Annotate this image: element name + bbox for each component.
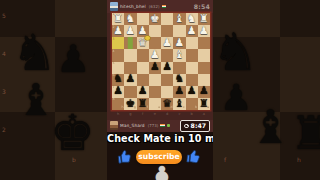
square[interactable]: g♚	[124, 98, 136, 110]
chess-piece-bP: ♟	[150, 62, 160, 73]
bottom-player-clock: 8:47	[191, 122, 206, 129]
bottom-player-rating: (773)	[148, 123, 159, 128]
rank-label: 8	[113, 98, 115, 101]
file-letter: b	[186, 110, 198, 120]
background-coordinate-label: h	[297, 156, 301, 163]
caption-text: Check Mate in 10 moves	[107, 133, 213, 144]
square[interactable]	[149, 25, 161, 37]
background-piece-pawn: ♟	[56, 40, 90, 78]
square[interactable]	[198, 62, 210, 74]
chess-piece-wN: ♞	[126, 14, 136, 25]
square[interactable]: ♟	[186, 86, 198, 98]
chess-piece-bB: ♝	[175, 99, 185, 110]
chess-piece-bK: ♚	[126, 99, 136, 110]
video-strip: hitesh_bhel (632) 8:54 1♜♞♚♝♞♜2♟♟♟♟♟3♛♟♟…	[107, 0, 213, 180]
square[interactable]	[137, 62, 149, 74]
chess-piece-wR: ♜	[113, 14, 123, 25]
chess-piece-wP: ♟	[199, 26, 209, 37]
file-letter: e	[149, 110, 161, 120]
chess-piece-wN: ♞	[187, 14, 197, 25]
square[interactable]	[149, 74, 161, 86]
square[interactable]: ♟	[186, 25, 198, 37]
background-coordinate-label: b	[72, 156, 76, 163]
square[interactable]: b	[186, 98, 198, 110]
background-piece-knight: ♞	[12, 28, 57, 78]
file-label: b	[195, 106, 197, 109]
square[interactable]: a♜	[198, 98, 210, 110]
top-player-rating: (632)	[149, 4, 160, 9]
square[interactable]: ♟	[149, 62, 161, 74]
square[interactable]: d♛	[161, 98, 173, 110]
chess-piece-wB: ♝	[175, 14, 185, 25]
square[interactable]: ♛	[137, 37, 149, 49]
background-piece-king: ♚	[50, 108, 95, 158]
chess-piece-wP: ♟	[113, 26, 123, 37]
square[interactable]	[198, 37, 210, 49]
square[interactable]	[161, 13, 173, 25]
arrow-segment	[128, 37, 133, 49]
file-label: e	[158, 106, 160, 109]
square[interactable]	[137, 49, 149, 61]
top-player-flag-icon	[162, 5, 167, 8]
file-letter: h	[112, 110, 124, 120]
top-player-bar[interactable]: hitesh_bhel (632) 8:54	[107, 0, 213, 13]
square[interactable]: ♟	[161, 37, 173, 49]
square[interactable]: f♜	[137, 98, 149, 110]
chess-piece-bR: ♜	[199, 99, 209, 110]
square[interactable]: ♚	[149, 13, 161, 25]
square[interactable]: 3	[112, 37, 124, 49]
background-coordinate-label: 2	[2, 126, 6, 133]
square[interactable]	[161, 74, 173, 86]
background-coordinate-label: 4	[2, 50, 6, 57]
file-label: h	[121, 106, 123, 109]
online-status-dot	[167, 124, 170, 127]
square[interactable]: 4	[112, 49, 124, 61]
square[interactable]	[186, 62, 198, 74]
chess-piece-bP: ♟	[199, 86, 209, 97]
file-letter: a	[198, 110, 210, 120]
square[interactable]: 7♟	[112, 86, 124, 98]
background-piece-rook: ♜	[290, 110, 320, 156]
chess-piece-bP: ♟	[162, 62, 172, 73]
background-piece-bishop: ♝	[250, 104, 291, 150]
chess-piece-wR: ♜	[199, 14, 209, 25]
square[interactable]: ♟	[161, 62, 173, 74]
square[interactable]: ♟	[124, 74, 136, 86]
chess-piece-wP: ♟	[162, 38, 172, 49]
bottom-player-clock-box: 8:47	[180, 120, 210, 132]
bottom-player-flag-icon	[160, 124, 165, 127]
square[interactable]: 8h	[112, 98, 124, 110]
square[interactable]	[198, 49, 210, 61]
board[interactable]: 1♜♞♚♝♞♜2♟♟♟♟♟3♛♟♟4♟♝5♟♟6♞♟♞7♟♟♟♟♟8hg♚f♜e…	[112, 13, 210, 110]
top-player-avatar[interactable]	[110, 2, 118, 11]
subscribe-button[interactable]: subscribe	[136, 150, 182, 164]
bottom-player-avatar[interactable]	[110, 121, 118, 130]
chess-piece-bQ: ♛	[162, 99, 172, 110]
background-piece-pawn: ♟	[220, 80, 252, 116]
square[interactable]: ♝	[173, 49, 185, 61]
chess-piece-wK: ♚	[150, 14, 160, 25]
square[interactable]: ♝	[173, 13, 185, 25]
file-letter: c	[173, 110, 185, 120]
chess-piece-bR: ♜	[138, 99, 148, 110]
move-badge-icon	[145, 36, 150, 41]
chess-piece-bP: ♟	[126, 74, 136, 85]
bottom-player-bar[interactable]: Man_Shard (773) 8:47	[107, 120, 213, 133]
chess-piece-bP: ♟	[175, 86, 185, 97]
chess-piece-bP: ♟	[113, 86, 123, 97]
chess-piece-wB: ♝	[175, 50, 185, 61]
chess-piece-wP: ♟	[126, 26, 136, 37]
chess-piece-wP: ♟	[138, 26, 148, 37]
square[interactable]	[124, 49, 136, 61]
square[interactable]: c♝	[173, 98, 185, 110]
rank-label: 3	[113, 38, 115, 41]
square[interactable]: ♟	[124, 25, 136, 37]
rank-label: 5	[113, 62, 115, 65]
square[interactable]	[149, 86, 161, 98]
file-letter: d	[161, 110, 173, 120]
chess-piece-bP: ♟	[138, 86, 148, 97]
background-coordinate-label: 5	[2, 12, 6, 19]
clock-icon	[184, 124, 189, 129]
thumbs-up-icon	[185, 147, 202, 165]
top-player-name: hitesh_bhel	[120, 4, 146, 9]
chess-piece-wP: ♟	[187, 26, 197, 37]
square[interactable]: ♟	[198, 25, 210, 37]
square[interactable]: 2♟	[112, 25, 124, 37]
chess-piece-bP: ♟	[187, 86, 197, 97]
rank-label: 4	[113, 50, 115, 53]
file-letter: f	[137, 110, 149, 120]
thumbs-up-icon	[116, 147, 134, 166]
bottom-player-name: Man_Shard	[120, 123, 145, 128]
file-letter: g	[124, 110, 136, 120]
file-letters-strip: hgfedcba	[112, 110, 210, 120]
square[interactable]	[186, 49, 198, 61]
square[interactable]: e	[149, 98, 161, 110]
top-player-clock: 8:54	[194, 3, 210, 10]
square[interactable]	[124, 37, 136, 49]
background-coordinate-label: 3	[2, 88, 6, 95]
background-piece-knight: ♞	[212, 26, 259, 78]
background-coordinate-label: f	[224, 156, 226, 163]
square[interactable]	[186, 37, 198, 49]
